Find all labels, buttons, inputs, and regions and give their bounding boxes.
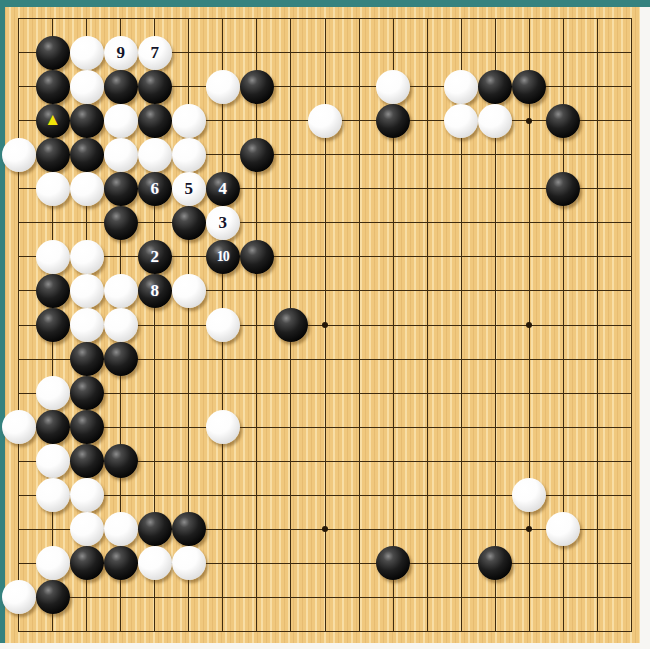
stone-white[interactable] [2, 410, 36, 444]
stone-black[interactable] [36, 36, 70, 70]
move-number-label: 3 [219, 206, 228, 240]
stone-black[interactable] [240, 70, 274, 104]
stone-white[interactable] [444, 70, 478, 104]
stone-white[interactable] [444, 104, 478, 138]
stone-white[interactable] [70, 274, 104, 308]
stone-black[interactable] [546, 104, 580, 138]
border-top [0, 0, 650, 7]
stone-white[interactable] [138, 546, 172, 580]
stone-black[interactable] [70, 342, 104, 376]
move-number-label: 4 [219, 172, 228, 206]
move-number-label: 2 [150, 240, 159, 274]
stone-black[interactable] [104, 444, 138, 478]
grid-line [427, 18, 428, 632]
stone-white[interactable] [2, 580, 36, 614]
stone-white[interactable] [70, 478, 104, 512]
margin-right [640, 7, 650, 649]
stone-white[interactable] [70, 240, 104, 274]
move-number-label: 10 [217, 240, 229, 274]
stone-white[interactable] [172, 104, 206, 138]
stone-white[interactable]: 3 [206, 206, 240, 240]
stone-black[interactable] [546, 172, 580, 206]
stone-black[interactable] [104, 206, 138, 240]
stone-white[interactable] [172, 546, 206, 580]
stone-white[interactable] [512, 478, 546, 512]
move-number-label: 5 [185, 172, 194, 206]
move-number-label: 7 [150, 36, 159, 70]
stone-white[interactable] [104, 138, 138, 172]
stone-black[interactable] [172, 206, 206, 240]
star-point [322, 322, 328, 328]
grid-line [18, 597, 632, 598]
star-point [526, 322, 532, 328]
stone-black[interactable] [104, 172, 138, 206]
stone-white[interactable] [478, 104, 512, 138]
stone-white[interactable] [206, 70, 240, 104]
stone-white[interactable] [36, 376, 70, 410]
stone-white[interactable]: 7 [138, 36, 172, 70]
stone-black[interactable] [376, 104, 410, 138]
star-point [322, 526, 328, 532]
stone-black[interactable] [104, 70, 138, 104]
margin-bottom [0, 643, 650, 649]
stone-black[interactable] [70, 410, 104, 444]
stone-black[interactable] [36, 274, 70, 308]
stone-black[interactable] [376, 546, 410, 580]
star-point [526, 118, 532, 124]
stone-black[interactable]: 4 [206, 172, 240, 206]
stone-black[interactable] [36, 580, 70, 614]
stone-black[interactable] [240, 138, 274, 172]
stone-white[interactable] [206, 308, 240, 342]
stone-black[interactable]: 10 [206, 240, 240, 274]
move-number-label: 6 [150, 172, 159, 206]
stone-black[interactable] [70, 546, 104, 580]
stone-black[interactable] [36, 70, 70, 104]
stone-black[interactable] [512, 70, 546, 104]
stone-black[interactable] [172, 512, 206, 546]
grid-line [359, 18, 360, 632]
stone-white[interactable]: 5 [172, 172, 206, 206]
star-point [526, 526, 532, 532]
stone-white[interactable] [376, 70, 410, 104]
stone-white[interactable] [70, 36, 104, 70]
stone-black[interactable]: 6 [138, 172, 172, 206]
stone-white[interactable] [70, 70, 104, 104]
stone-black[interactable]: 2 [138, 240, 172, 274]
stone-white[interactable] [70, 308, 104, 342]
border-left [0, 7, 5, 643]
stone-black[interactable] [478, 70, 512, 104]
stone-black[interactable] [138, 70, 172, 104]
stone-white[interactable] [104, 308, 138, 342]
stone-black[interactable]: 8 [138, 274, 172, 308]
stone-black[interactable] [70, 104, 104, 138]
stone-black[interactable] [36, 138, 70, 172]
stone-white[interactable]: 9 [104, 36, 138, 70]
triangle-marker-icon: ▲ [44, 103, 61, 137]
stone-black[interactable] [104, 342, 138, 376]
stone-black[interactable] [240, 240, 274, 274]
stone-white[interactable] [36, 444, 70, 478]
stone-black[interactable]: ▲ [36, 104, 70, 138]
stone-white[interactable] [138, 138, 172, 172]
stone-black[interactable] [36, 410, 70, 444]
move-number-label: 9 [116, 36, 125, 70]
stone-white[interactable] [36, 172, 70, 206]
stone-black[interactable] [138, 104, 172, 138]
stone-black[interactable] [70, 376, 104, 410]
stone-white[interactable] [70, 172, 104, 206]
stone-white[interactable] [36, 240, 70, 274]
grid-line [18, 393, 632, 394]
stone-white[interactable] [104, 512, 138, 546]
grid-line [631, 18, 632, 632]
stone-black[interactable] [36, 308, 70, 342]
stone-black[interactable] [274, 308, 308, 342]
stone-black[interactable] [138, 512, 172, 546]
stone-white[interactable] [36, 546, 70, 580]
grid-line [597, 18, 598, 632]
stone-white[interactable] [172, 274, 206, 308]
stone-white[interactable] [36, 478, 70, 512]
grid-line [18, 631, 632, 632]
stone-black[interactable] [70, 444, 104, 478]
stone-white[interactable] [104, 104, 138, 138]
stone-white[interactable] [2, 138, 36, 172]
stone-white[interactable] [104, 274, 138, 308]
stone-black[interactable] [70, 138, 104, 172]
stone-white[interactable] [206, 410, 240, 444]
move-number-label: 8 [150, 274, 159, 308]
stone-white[interactable] [70, 512, 104, 546]
stone-black[interactable] [104, 546, 138, 580]
stone-white[interactable] [308, 104, 342, 138]
stone-black[interactable] [478, 546, 512, 580]
stone-white[interactable] [172, 138, 206, 172]
grid-line [18, 427, 632, 428]
go-board-app: 97▲65432108 [0, 0, 650, 649]
stone-white[interactable] [546, 512, 580, 546]
